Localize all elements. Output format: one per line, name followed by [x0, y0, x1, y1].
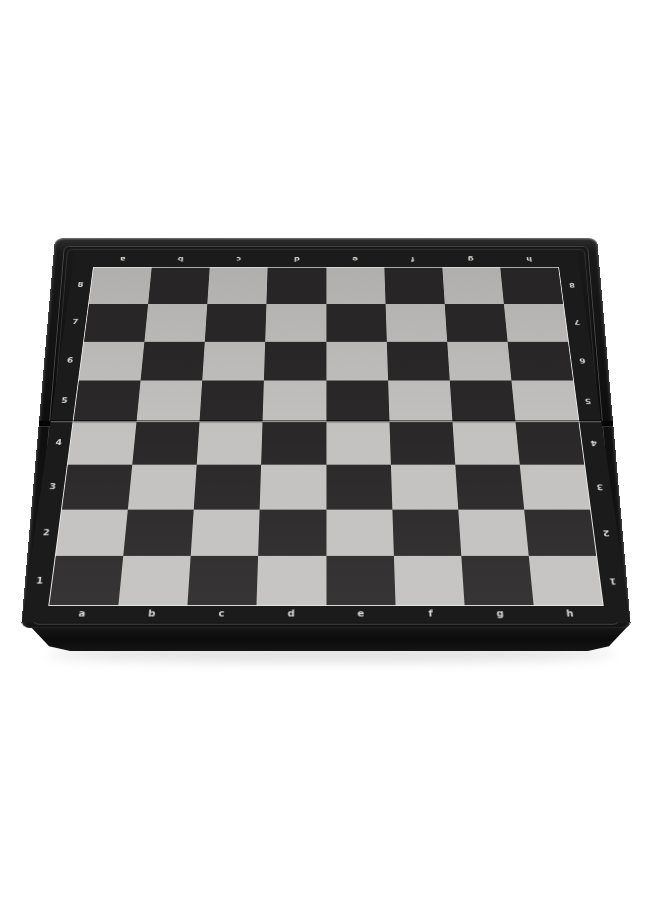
square-h5 — [511, 381, 578, 422]
file-bottom-label-slot: f — [395, 606, 465, 622]
square-a8 — [89, 268, 152, 304]
square-d1 — [257, 556, 326, 605]
file-top-label-slot: c — [210, 251, 269, 267]
square-g6 — [447, 341, 511, 380]
file-bottom-label-a: a — [78, 609, 86, 618]
square-h3 — [520, 464, 590, 509]
rank-right-label-5: 5 — [584, 397, 591, 404]
square-e7 — [326, 304, 386, 342]
square-g4 — [452, 422, 519, 465]
file-bottom-label-c: c — [218, 609, 224, 618]
file-top-label-slot: a — [93, 251, 153, 267]
square-c3 — [194, 464, 261, 509]
square-f3 — [391, 464, 458, 509]
rank-right-label-3: 3 — [596, 483, 604, 491]
square-a5 — [73, 381, 140, 422]
file-bottom-label-slot: h — [534, 606, 606, 622]
square-h7 — [504, 304, 568, 342]
rank-left-label-2: 2 — [42, 529, 50, 537]
square-c6 — [202, 341, 265, 380]
board-surface: abcdefgh 87654321 87654321 abcdefgh — [22, 251, 630, 622]
hinge-notch-right — [601, 421, 614, 427]
file-bottom-label-h: h — [566, 609, 574, 618]
product-photo-scene: abcdefgh 87654321 87654321 abcdefgh — [0, 0, 660, 900]
square-e4 — [326, 422, 391, 465]
file-bottom-label-slot: e — [326, 606, 396, 622]
file-top-label-b: b — [178, 256, 184, 262]
square-f1 — [394, 556, 465, 605]
file-top-label-slot: h — [499, 251, 559, 267]
file-bottom-label-d: d — [287, 609, 294, 618]
square-e5 — [326, 381, 389, 422]
square-b5 — [137, 381, 203, 422]
file-top-label-a: a — [120, 256, 126, 262]
square-f6 — [386, 341, 449, 380]
file-bottom-label-b: b — [148, 609, 156, 618]
square-h8 — [500, 268, 563, 304]
rank-left-label-3: 3 — [49, 483, 57, 491]
rank-right-label-7: 7 — [573, 319, 580, 326]
rank-right-label-1: 1 — [608, 577, 616, 586]
file-top-label-f: f — [411, 256, 415, 262]
square-a6 — [79, 341, 145, 380]
rank-right-label-4: 4 — [590, 439, 597, 446]
square-a7 — [84, 304, 148, 342]
square-e6 — [326, 341, 388, 380]
square-g2 — [458, 509, 529, 556]
file-bottom-label-slot: d — [256, 606, 326, 622]
square-b7 — [145, 304, 208, 342]
square-f2 — [392, 509, 461, 556]
square-h6 — [507, 341, 573, 380]
square-g1 — [461, 556, 533, 605]
square-g7 — [444, 304, 507, 342]
file-top-label-g: g — [468, 256, 474, 262]
square-a3 — [62, 464, 132, 509]
square-b6 — [141, 341, 205, 380]
file-top-label-e: e — [352, 256, 358, 262]
chessboard-grid — [49, 268, 602, 606]
file-top-label-c: c — [236, 256, 241, 262]
file-top-label-h: h — [526, 256, 533, 262]
rank-left-label-1: 1 — [36, 577, 44, 586]
square-c1 — [188, 556, 259, 605]
square-b8 — [148, 268, 210, 304]
rank-left-label-5: 5 — [61, 397, 68, 404]
square-d2 — [258, 509, 326, 556]
square-c2 — [191, 509, 260, 556]
square-e3 — [326, 464, 392, 509]
file-top-label-d: d — [294, 256, 300, 262]
square-c5 — [200, 381, 264, 422]
square-d5 — [263, 381, 326, 422]
square-d4 — [261, 422, 326, 465]
file-bottom-label-f: f — [428, 609, 433, 618]
file-labels-top: abcdefgh — [93, 251, 559, 267]
file-bottom-label-slot: c — [186, 606, 256, 622]
square-f7 — [385, 304, 447, 342]
file-bottom-label-slot: g — [465, 606, 536, 622]
square-g5 — [450, 381, 516, 422]
file-bottom-label-slot: a — [46, 606, 118, 622]
square-d6 — [264, 341, 326, 380]
rank-left-label-4: 4 — [55, 439, 62, 446]
square-b1 — [119, 556, 191, 605]
square-e2 — [326, 509, 394, 556]
file-bottom-label-g: g — [496, 609, 504, 618]
square-a4 — [68, 422, 137, 465]
file-bottom-label-slot: b — [116, 606, 187, 622]
square-a2 — [56, 509, 128, 556]
square-h1 — [529, 556, 603, 605]
rank-left-label-6: 6 — [66, 357, 73, 364]
square-f8 — [384, 268, 444, 304]
file-top-label-slot: f — [384, 251, 443, 267]
square-g3 — [455, 464, 524, 509]
rank-left-label-8: 8 — [77, 282, 84, 288]
file-bottom-label-e: e — [357, 609, 364, 618]
rank-right-label-2: 2 — [602, 529, 610, 537]
square-c4 — [197, 422, 263, 465]
fold-seam — [51, 421, 602, 422]
square-d8 — [267, 268, 326, 304]
square-d7 — [266, 304, 326, 342]
rank-right-label-8: 8 — [568, 282, 575, 288]
file-top-label-slot: e — [326, 251, 384, 267]
square-c7 — [205, 304, 267, 342]
rank-left-label-7: 7 — [72, 319, 79, 326]
square-h4 — [515, 422, 584, 465]
file-labels-bottom: abcdefgh — [46, 606, 606, 622]
square-b3 — [128, 464, 197, 509]
square-h2 — [524, 509, 596, 556]
square-e1 — [326, 556, 395, 605]
rank-right-label-6: 6 — [578, 357, 585, 364]
square-f5 — [388, 381, 452, 422]
square-f4 — [389, 422, 455, 465]
square-d3 — [260, 464, 326, 509]
playing-field-boundary — [48, 267, 603, 606]
square-c8 — [208, 268, 268, 304]
board-base-side — [28, 624, 630, 651]
file-top-label-slot: g — [441, 251, 500, 267]
square-e8 — [326, 268, 385, 304]
file-top-label-slot: b — [151, 251, 210, 267]
square-b2 — [123, 509, 194, 556]
file-top-label-slot: d — [268, 251, 326, 267]
square-a1 — [49, 556, 123, 605]
square-g8 — [442, 268, 504, 304]
square-b4 — [132, 422, 199, 465]
